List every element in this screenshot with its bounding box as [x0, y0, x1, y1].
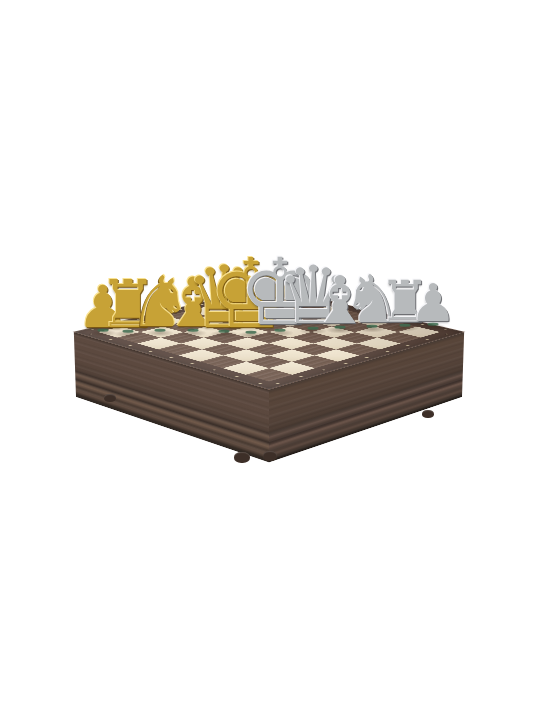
felt-base: [246, 331, 257, 334]
felt-base: [335, 326, 346, 329]
felt-base: [367, 325, 378, 328]
felt-base: [400, 324, 411, 327]
product-photo: ♟♜♞♝♛♚♚♛♝♞♜♟: [0, 0, 540, 720]
felt-base: [188, 329, 199, 332]
felt-base: [428, 323, 439, 326]
felt-base: [275, 329, 286, 332]
felt-base: [219, 330, 230, 333]
felt-base: [123, 330, 134, 333]
pieces-layer: ♟♜♞♝♛♚♚♛♝♞♜♟: [0, 0, 540, 720]
silver-pawn: ♟: [410, 277, 457, 329]
felt-base: [155, 329, 166, 332]
felt-base: [98, 329, 109, 332]
felt-base: [308, 327, 319, 330]
